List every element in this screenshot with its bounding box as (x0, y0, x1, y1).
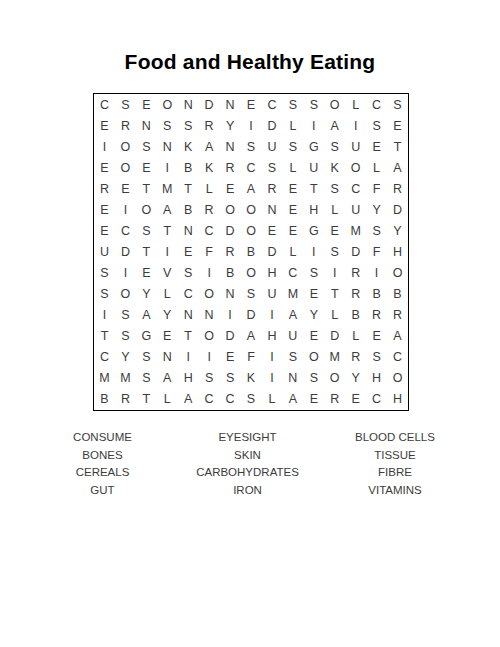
grid-cell[interactable]: O (199, 284, 220, 305)
grid-cell[interactable]: M (157, 178, 178, 199)
grid-cell[interactable]: S (199, 368, 220, 389)
grid-cell[interactable]: O (115, 284, 136, 305)
grid-cell[interactable]: F (366, 241, 387, 262)
grid-cell[interactable]: K (324, 157, 345, 178)
grid-cell[interactable]: U (303, 157, 324, 178)
grid-cell[interactable]: N (178, 220, 199, 241)
grid-cell[interactable]: B (178, 157, 199, 178)
grid-cell[interactable]: S (324, 136, 345, 157)
grid-cell[interactable]: N (157, 347, 178, 368)
grid-cell[interactable]: T (136, 389, 157, 410)
grid-cell[interactable]: C (115, 220, 136, 241)
grid-cell[interactable]: O (136, 199, 157, 220)
grid-cell[interactable]: S (282, 136, 303, 157)
grid-cell[interactable]: E (220, 178, 241, 199)
grid-cell[interactable]: G (303, 136, 324, 157)
grid-cell[interactable]: S (136, 347, 157, 368)
grid-cell[interactable]: Y (387, 220, 408, 241)
grid-cell[interactable]: S (115, 305, 136, 326)
grid-cell[interactable]: C (261, 94, 282, 115)
grid-cell[interactable]: H (303, 199, 324, 220)
grid-cell[interactable]: D (241, 305, 262, 326)
grid-cell[interactable]: L (366, 157, 387, 178)
grid-cell[interactable]: I (94, 305, 115, 326)
grid-cell[interactable]: N (220, 136, 241, 157)
word-list-item: FIBRE (330, 464, 460, 482)
grid-cell[interactable]: H (366, 368, 387, 389)
grid-cell[interactable]: C (199, 220, 220, 241)
grid-cell[interactable]: N (199, 305, 220, 326)
grid-cell[interactable]: Y (157, 305, 178, 326)
grid-cell[interactable]: L (324, 199, 345, 220)
grid-cell[interactable]: S (178, 115, 199, 136)
grid-cell[interactable]: N (136, 115, 157, 136)
grid-cell[interactable]: Y (136, 284, 157, 305)
grid-cell[interactable]: I (178, 347, 199, 368)
grid-cell[interactable]: I (115, 199, 136, 220)
grid-cell[interactable]: I (366, 263, 387, 284)
grid-cell[interactable]: H (178, 368, 199, 389)
grid-cell[interactable]: R (220, 241, 241, 262)
grid-cell[interactable]: D (387, 199, 408, 220)
grid-cell[interactable]: A (157, 368, 178, 389)
grid-cell[interactable]: E (303, 326, 324, 347)
puzzle-title: Food and Healthy Eating (0, 50, 500, 74)
grid-cell[interactable]: V (157, 263, 178, 284)
grid-cell[interactable]: U (282, 326, 303, 347)
grid-cell[interactable]: Y (220, 115, 241, 136)
grid-cell[interactable]: E (261, 220, 282, 241)
grid-cell[interactable]: G (136, 326, 157, 347)
grid-cell[interactable]: E (324, 220, 345, 241)
grid-cell[interactable]: O (324, 94, 345, 115)
grid-cell[interactable]: O (241, 263, 262, 284)
grid-cell[interactable]: S (178, 263, 199, 284)
grid-cell[interactable]: I (199, 347, 220, 368)
grid-cell[interactable]: C (387, 347, 408, 368)
grid-cell[interactable]: A (282, 305, 303, 326)
grid-cell[interactable]: S (303, 368, 324, 389)
grid-cell[interactable]: O (345, 157, 366, 178)
grid-cell[interactable]: S (220, 368, 241, 389)
grid-cell[interactable]: B (241, 241, 262, 262)
grid-cell[interactable]: O (387, 368, 408, 389)
grid-cell[interactable]: N (261, 199, 282, 220)
grid-cell[interactable]: D (220, 326, 241, 347)
grid-cell[interactable]: D (115, 241, 136, 262)
puzzle-page: Food and Healthy Eating CSEONDNECSSOLCSE… (0, 0, 500, 647)
grid-cell[interactable]: U (261, 284, 282, 305)
grid-cell[interactable]: E (282, 178, 303, 199)
grid-cell[interactable]: D (345, 241, 366, 262)
grid-cell[interactable]: U (261, 136, 282, 157)
grid-cell[interactable]: R (345, 347, 366, 368)
grid-cell[interactable]: I (220, 305, 241, 326)
grid-cell[interactable]: A (324, 115, 345, 136)
grid-cell[interactable]: N (178, 305, 199, 326)
grid-cell[interactable]: S (324, 241, 345, 262)
grid-cell[interactable]: Y (303, 305, 324, 326)
grid-cell[interactable]: C (366, 94, 387, 115)
grid-cell[interactable]: D (199, 94, 220, 115)
grid-cell[interactable]: R (94, 178, 115, 199)
grid-cell[interactable]: S (136, 220, 157, 241)
grid-cell[interactable]: M (94, 368, 115, 389)
grid-cell[interactable]: T (178, 178, 199, 199)
grid-cell[interactable]: O (157, 94, 178, 115)
word-list-item: BONES (40, 447, 165, 465)
grid-cell[interactable]: F (199, 241, 220, 262)
grid-cell[interactable]: N (220, 284, 241, 305)
grid-cell[interactable]: S (366, 115, 387, 136)
grid-cell[interactable]: A (178, 389, 199, 410)
grid-cell[interactable]: G (303, 220, 324, 241)
grid-cell[interactable]: E (345, 389, 366, 410)
grid-cell[interactable]: O (115, 136, 136, 157)
grid-cell[interactable]: O (241, 199, 262, 220)
grid-cell[interactable]: E (136, 263, 157, 284)
grid-cell[interactable]: I (261, 347, 282, 368)
grid-cell[interactable]: O (324, 368, 345, 389)
word-list: CONSUMEBONESCEREALSGUTEYESIGHTSKINCARBOH… (40, 429, 460, 499)
grid-cell[interactable]: B (345, 305, 366, 326)
grid-cell[interactable]: O (115, 157, 136, 178)
grid-cell[interactable]: A (157, 199, 178, 220)
grid-cell[interactable]: E (303, 284, 324, 305)
grid-cell[interactable]: D (261, 241, 282, 262)
grid-cell[interactable]: K (241, 368, 262, 389)
grid-cell[interactable]: C (345, 178, 366, 199)
grid-cell[interactable]: S (303, 263, 324, 284)
grid-cell[interactable]: R (261, 178, 282, 199)
grid-cell[interactable]: I (157, 241, 178, 262)
grid-cell[interactable]: S (157, 115, 178, 136)
grid-cell[interactable]: L (261, 389, 282, 410)
grid-cell[interactable]: C (366, 389, 387, 410)
grid-cell[interactable]: L (157, 389, 178, 410)
grid-cell[interactable]: E (282, 220, 303, 241)
word-list-item: EYESIGHT (165, 429, 330, 447)
grid-cell[interactable]: U (345, 199, 366, 220)
grid-cell[interactable]: R (324, 389, 345, 410)
grid-cell[interactable]: T (136, 178, 157, 199)
grid-cell[interactable]: I (303, 241, 324, 262)
grid-cell[interactable]: E (115, 178, 136, 199)
grid-cell[interactable]: I (241, 115, 262, 136)
grid-cell[interactable]: K (178, 136, 199, 157)
grid-cell[interactable]: S (115, 326, 136, 347)
grid-cell[interactable]: L (282, 115, 303, 136)
grid-cell[interactable]: I (94, 136, 115, 157)
grid-cell[interactable]: Y (345, 368, 366, 389)
grid-cell[interactable]: O (241, 220, 262, 241)
grid-cell[interactable]: S (324, 178, 345, 199)
grid-cell[interactable]: F (241, 347, 262, 368)
grid-cell[interactable]: E (94, 220, 115, 241)
grid-cell[interactable]: R (115, 115, 136, 136)
grid-cell[interactable]: M (282, 284, 303, 305)
grid-cell[interactable]: C (220, 389, 241, 410)
grid-cell[interactable]: L (282, 241, 303, 262)
grid-cell[interactable]: I (261, 305, 282, 326)
grid-cell[interactable]: T (178, 326, 199, 347)
grid-cell[interactable]: E (94, 157, 115, 178)
word-list-item: VITAMINS (330, 482, 460, 500)
grid-cell[interactable]: E (94, 199, 115, 220)
grid-cell[interactable]: I (261, 368, 282, 389)
grid-cell[interactable]: S (136, 136, 157, 157)
grid-cell[interactable]: E (387, 115, 408, 136)
grid-cell[interactable]: I (157, 157, 178, 178)
grid-cell[interactable]: S (387, 94, 408, 115)
grid-cell[interactable]: C (94, 347, 115, 368)
grid-cell[interactable]: N (220, 94, 241, 115)
word-search-grid: CSEONDNECSSOLCSERNSSRYIDLIAISEIOSNKANSUS… (93, 93, 409, 411)
grid-cell[interactable]: I (303, 115, 324, 136)
grid-cell[interactable]: R (345, 263, 366, 284)
grid-cell[interactable]: L (345, 326, 366, 347)
grid-cell[interactable]: N (282, 368, 303, 389)
grid-cell[interactable]: O (387, 263, 408, 284)
grid-cell[interactable]: S (94, 284, 115, 305)
grid-cell[interactable]: B (387, 284, 408, 305)
word-list-item: BLOOD CELLS (330, 429, 460, 447)
grid-cell[interactable]: S (241, 136, 262, 157)
word-list-item: CEREALS (40, 464, 165, 482)
word-list-item: TISSUE (330, 447, 460, 465)
grid-cell[interactable]: D (324, 326, 345, 347)
grid-cell[interactable]: D (220, 220, 241, 241)
grid-cell[interactable]: S (241, 389, 262, 410)
word-list-item: GUT (40, 482, 165, 500)
grid-cell[interactable]: C (282, 263, 303, 284)
grid-cell[interactable]: B (366, 284, 387, 305)
grid-cell[interactable]: B (178, 199, 199, 220)
word-list-item: CONSUME (40, 429, 165, 447)
grid-cell[interactable]: C (241, 157, 262, 178)
grid-cell[interactable]: S (241, 284, 262, 305)
grid-cell[interactable]: E (366, 136, 387, 157)
grid-cell[interactable]: A (241, 326, 262, 347)
grid-cell[interactable]: Y (366, 199, 387, 220)
grid-cell[interactable]: B (94, 389, 115, 410)
grid-cell[interactable]: S (303, 94, 324, 115)
grid-cell[interactable]: O (303, 347, 324, 368)
grid-cell[interactable]: T (387, 136, 408, 157)
grid-cell[interactable]: S (136, 368, 157, 389)
grid-cell[interactable]: R (366, 305, 387, 326)
grid-cell[interactable]: E (366, 326, 387, 347)
grid-cell[interactable]: S (115, 94, 136, 115)
grid-cell[interactable]: S (366, 220, 387, 241)
grid-cell[interactable]: S (261, 157, 282, 178)
grid-cell[interactable]: U (94, 241, 115, 262)
grid-cell[interactable]: I (345, 115, 366, 136)
grid-cell[interactable]: A (241, 178, 262, 199)
word-list-column-1: CONSUMEBONESCEREALSGUT (40, 429, 165, 499)
grid-cell[interactable]: T (136, 241, 157, 262)
grid-cell[interactable]: Y (115, 347, 136, 368)
grid-cell[interactable]: T (94, 326, 115, 347)
grid-cell[interactable]: E (136, 157, 157, 178)
grid-cell[interactable]: O (199, 326, 220, 347)
grid-cell[interactable]: F (366, 178, 387, 199)
grid-cell[interactable]: E (220, 347, 241, 368)
grid-cell[interactable]: S (282, 347, 303, 368)
grid-cell[interactable]: C (178, 284, 199, 305)
grid-cell[interactable]: H (261, 326, 282, 347)
grid-cell[interactable]: L (324, 305, 345, 326)
word-list-column-2: EYESIGHTSKINCARBOHYDRATESIRON (165, 429, 330, 499)
grid-cell[interactable]: E (282, 199, 303, 220)
grid-cell[interactable]: C (94, 94, 115, 115)
grid-cell[interactable]: M (345, 220, 366, 241)
grid-cell[interactable]: R (199, 199, 220, 220)
grid-cell[interactable]: T (303, 178, 324, 199)
grid-cell[interactable]: S (282, 94, 303, 115)
grid-cell[interactable]: R (220, 157, 241, 178)
word-list-column-3: BLOOD CELLSTISSUEFIBREVITAMINS (330, 429, 460, 499)
grid-cell[interactable]: L (282, 157, 303, 178)
grid-cell[interactable]: R (387, 178, 408, 199)
word-list-item: SKIN (165, 447, 330, 465)
grid-cell[interactable]: A (136, 305, 157, 326)
grid-cell[interactable]: L (345, 94, 366, 115)
grid-cell[interactable]: I (115, 263, 136, 284)
grid-cell[interactable]: N (178, 94, 199, 115)
word-list-item: CARBOHYDRATES (165, 464, 330, 482)
grid-cell[interactable]: R (199, 115, 220, 136)
grid-cell[interactable]: T (157, 220, 178, 241)
grid-cell[interactable]: S (366, 347, 387, 368)
grid-cell[interactable]: B (220, 263, 241, 284)
grid-cell[interactable]: E (303, 389, 324, 410)
grid-cell[interactable]: D (261, 115, 282, 136)
grid-cell[interactable]: M (115, 368, 136, 389)
grid-cell[interactable]: R (387, 305, 408, 326)
grid-cell[interactable]: R (115, 389, 136, 410)
grid-cell[interactable]: L (199, 178, 220, 199)
grid-cell[interactable]: R (345, 284, 366, 305)
grid-cell[interactable]: M (324, 347, 345, 368)
grid-cell[interactable]: U (345, 136, 366, 157)
grid-cell[interactable]: H (387, 241, 408, 262)
grid-cell[interactable]: A (199, 136, 220, 157)
grid-cell[interactable]: E (178, 241, 199, 262)
grid-cell[interactable]: N (157, 136, 178, 157)
grid-cell[interactable]: E (241, 94, 262, 115)
grid-cell[interactable]: I (199, 263, 220, 284)
grid-cell[interactable]: H (387, 389, 408, 410)
grid-cell[interactable]: A (387, 326, 408, 347)
grid-cell[interactable]: A (387, 157, 408, 178)
grid-cell[interactable]: O (220, 199, 241, 220)
grid-cell[interactable]: T (324, 284, 345, 305)
grid-cell[interactable]: S (94, 263, 115, 284)
grid-cell[interactable]: E (157, 326, 178, 347)
grid-cell[interactable]: K (199, 157, 220, 178)
grid-cell[interactable]: A (282, 389, 303, 410)
word-list-item: IRON (165, 482, 330, 500)
grid-cell[interactable]: E (94, 115, 115, 136)
grid-cell[interactable]: L (157, 284, 178, 305)
grid-cell[interactable]: C (199, 389, 220, 410)
grid-cell[interactable]: E (136, 94, 157, 115)
grid-cell[interactable]: H (261, 263, 282, 284)
grid-cell[interactable]: I (324, 263, 345, 284)
